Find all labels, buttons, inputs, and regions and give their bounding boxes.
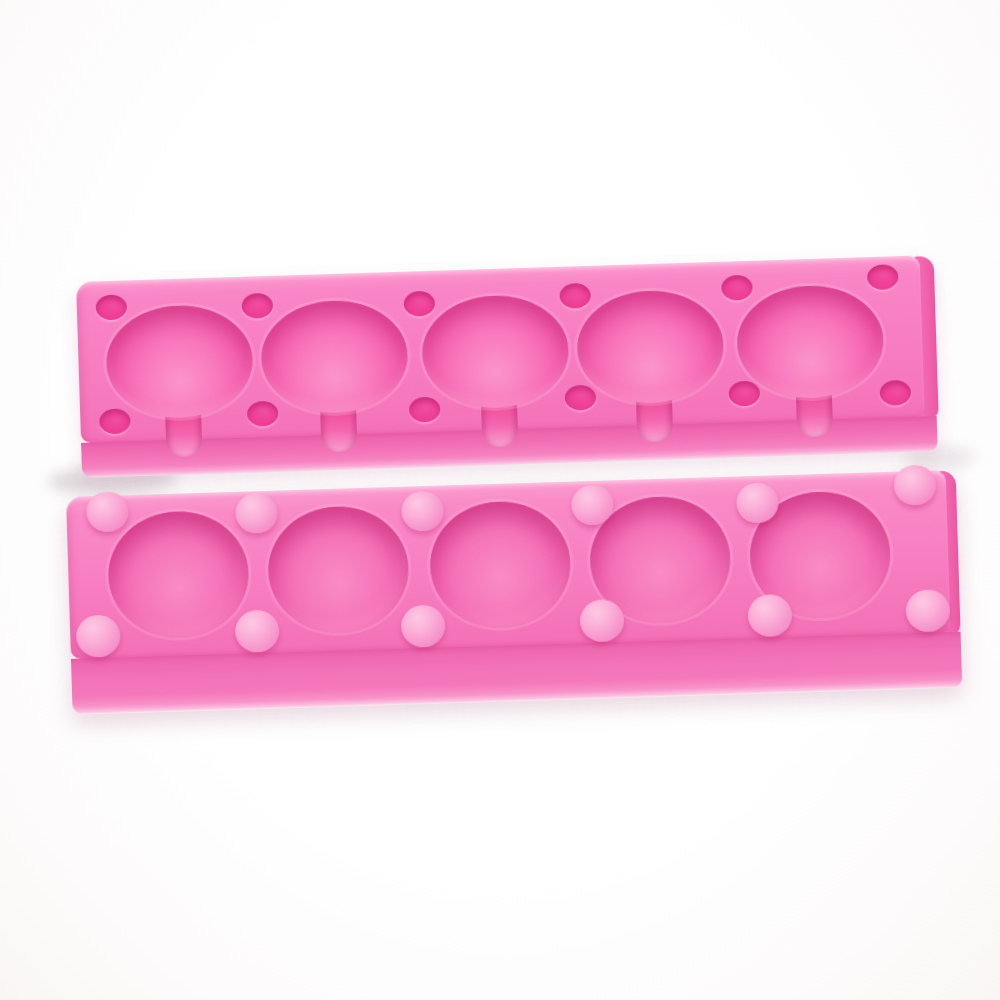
mold-bottom-half bbox=[66, 470, 962, 715]
mold-top-half bbox=[76, 255, 940, 478]
product-photo-scene bbox=[0, 0, 1000, 1000]
